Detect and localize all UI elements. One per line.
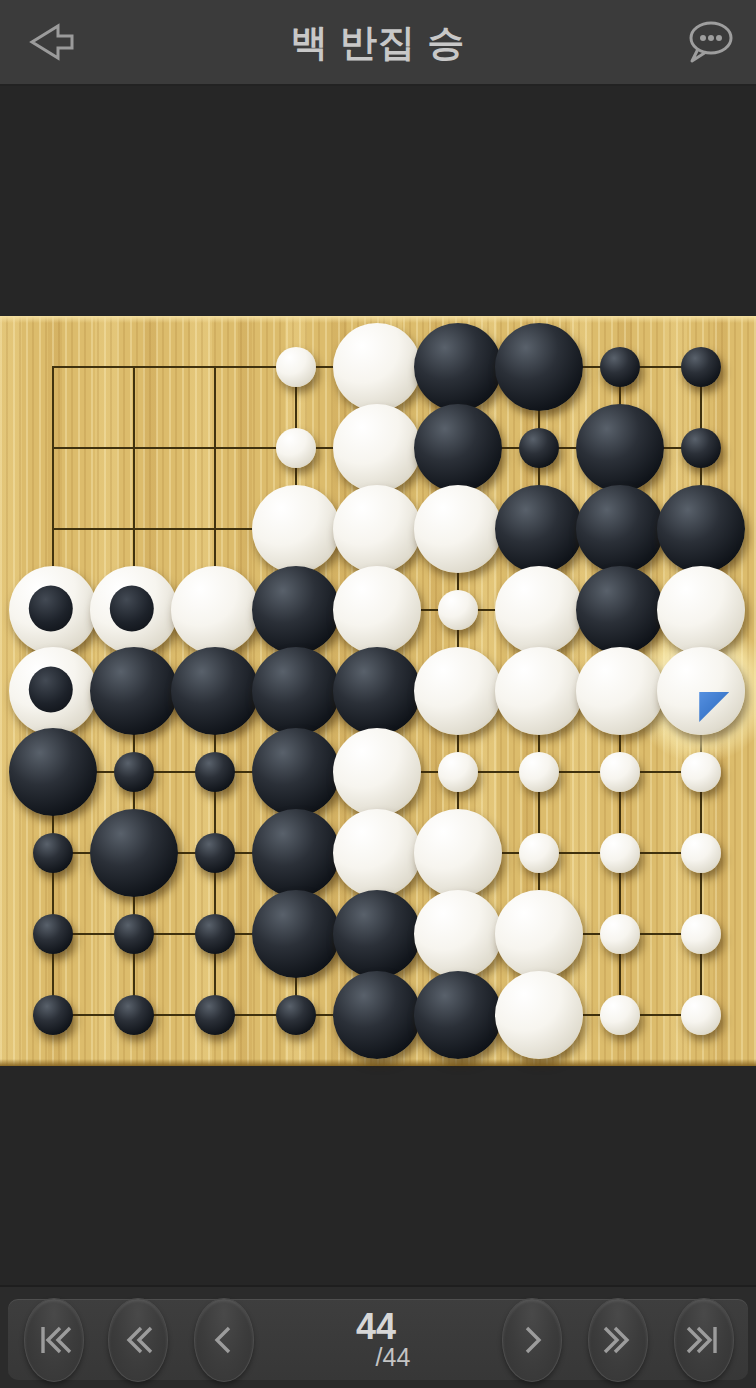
black-stone [333,647,421,735]
white-stone [495,890,583,978]
white-territory-marker [681,752,721,792]
double-chevron-right-icon [589,1316,647,1364]
black-stone [333,971,421,1059]
black-territory-marker [519,428,559,468]
white-stone [333,485,421,573]
black-stone [252,890,340,978]
bottom-nav-bar: 44 /44 [0,1285,756,1388]
white-territory-marker [519,752,559,792]
black-territory-marker [33,833,73,873]
black-territory-marker [681,428,721,468]
white-territory-marker [681,914,721,954]
black-stone [171,647,259,735]
white-territory-marker [681,995,721,1035]
white-stone [414,647,502,735]
black-territory-marker [600,347,640,387]
nav-back-button[interactable] [194,1298,254,1382]
black-stone [252,728,340,816]
white-territory-marker [600,752,640,792]
black-stone [9,728,97,816]
dead-white-stone [90,566,178,654]
board-bevel-top [0,316,756,323]
white-stone [171,566,259,654]
black-stone [252,647,340,735]
dead-stone-black-dot [29,667,73,713]
white-stone [495,647,583,735]
black-territory-marker [114,995,154,1035]
black-territory-marker [195,833,235,873]
white-stone [414,890,502,978]
white-stone [333,728,421,816]
move-current: 44 [342,1310,411,1344]
go-review-screen: 백 반집 승 [0,0,756,1388]
nav-fast-forward-button[interactable] [588,1298,648,1382]
nav-last-button[interactable] [674,1298,734,1382]
dead-stone-black-dot [110,586,154,632]
white-territory-marker [600,995,640,1035]
white-stone [414,809,502,897]
white-stone [495,566,583,654]
white-stone [252,485,340,573]
white-stone [576,647,664,735]
black-territory-marker [33,995,73,1035]
black-stone [657,485,745,573]
white-territory-marker [438,590,478,630]
black-territory-marker [195,752,235,792]
black-territory-marker [681,347,721,387]
white-stone [333,404,421,492]
white-territory-marker [681,833,721,873]
white-territory-marker [276,428,316,468]
white-stone [333,323,421,411]
white-territory-marker [600,833,640,873]
chat-bubble-ellipsis-icon [682,58,738,73]
black-territory-marker [33,914,73,954]
dead-white-stone [9,647,97,735]
black-stone [576,485,664,573]
white-stone [333,566,421,654]
white-stone [414,485,502,573]
black-territory-marker [195,995,235,1035]
black-stone [414,404,502,492]
black-stone [414,323,502,411]
dead-white-stone [9,566,97,654]
go-board [0,316,756,1066]
move-counter: 44 /44 [342,1310,411,1370]
nav-panel: 44 /44 [8,1299,748,1380]
double-chevron-left-icon [109,1316,167,1364]
black-stone [495,323,583,411]
white-territory-marker [519,833,559,873]
last-move-triangle-marker [699,692,729,722]
skip-to-start-icon [25,1316,83,1364]
white-stone [333,809,421,897]
white-stone [657,566,745,654]
dead-stone-black-dot [29,586,73,632]
black-stone [414,971,502,1059]
black-territory-marker [114,752,154,792]
black-stone [333,890,421,978]
skip-to-end-icon [675,1316,733,1364]
chat-button[interactable] [682,14,738,70]
white-territory-marker [276,347,316,387]
top-bar: 백 반집 승 [0,0,756,86]
move-total: /44 [376,1344,411,1370]
black-stone [576,566,664,654]
nav-first-button[interactable] [24,1298,84,1382]
black-territory-marker [276,995,316,1035]
black-stone [252,809,340,897]
black-stone [252,566,340,654]
page-title: 백 반집 승 [0,0,756,86]
chevron-right-icon [503,1316,561,1364]
chevron-left-icon [195,1316,253,1364]
black-stone [90,647,178,735]
black-stone [495,485,583,573]
board-bevel-bottom [0,1059,756,1066]
nav-fast-back-button[interactable] [108,1298,168,1382]
white-territory-marker [600,914,640,954]
nav-forward-button[interactable] [502,1298,562,1382]
white-territory-marker [438,752,478,792]
black-stone [90,809,178,897]
black-territory-marker [114,914,154,954]
black-stone [576,404,664,492]
black-territory-marker [195,914,235,954]
last-move-white-stone [657,647,745,735]
white-stone [495,971,583,1059]
